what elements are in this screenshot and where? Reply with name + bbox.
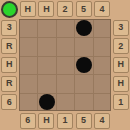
- board-cell-r1c4[interactable]: [74, 19, 93, 38]
- ball-guess[interactable]: [76, 57, 92, 73]
- laser-clue-left-1[interactable]: 3: [1, 20, 17, 36]
- clue-cell-top-5: 4: [93, 0, 112, 19]
- board-cell-r4c2[interactable]: [37, 74, 56, 93]
- clue-cell-right-3: H: [111, 56, 130, 75]
- clue-cell-top-2: H: [37, 0, 56, 19]
- laser-clue-right-4[interactable]: H: [113, 76, 129, 92]
- blackbox-board: HH25433R2HHRH616H154: [0, 0, 130, 130]
- clue-cell-left-4: R: [0, 74, 19, 93]
- clue-cell-right-5: 1: [111, 93, 130, 112]
- ball-guess[interactable]: [76, 20, 92, 36]
- board-cell-r5c2[interactable]: [37, 93, 56, 112]
- board-cell-r2c2[interactable]: [37, 37, 56, 56]
- laser-clue-left-4[interactable]: R: [1, 76, 17, 92]
- board-cell-r3c2[interactable]: [37, 56, 56, 75]
- board-cell-r2c5[interactable]: [93, 37, 112, 56]
- corner-bottom-left: [0, 111, 19, 130]
- clue-cell-left-2: R: [0, 37, 19, 56]
- clue-cell-bottom-1: 6: [19, 111, 38, 130]
- laser-clue-bottom-1[interactable]: 6: [20, 113, 36, 129]
- clue-cell-bottom-4: 5: [74, 111, 93, 130]
- laser-clue-left-5[interactable]: 6: [1, 94, 17, 110]
- board-cell-r2c4[interactable]: [74, 37, 93, 56]
- board-cell-r1c1[interactable]: [19, 19, 38, 38]
- board-cell-r5c1[interactable]: [19, 93, 38, 112]
- laser-clue-bottom-4[interactable]: 5: [76, 113, 92, 129]
- board-cell-r3c1[interactable]: [19, 56, 38, 75]
- clue-cell-top-1: H: [19, 0, 38, 19]
- ball-guess[interactable]: [39, 94, 55, 110]
- board-cell-r1c3[interactable]: [56, 19, 75, 38]
- board-cell-r5c4[interactable]: [74, 93, 93, 112]
- clue-cell-left-5: 6: [0, 93, 19, 112]
- board-cell-r4c5[interactable]: [93, 74, 112, 93]
- board-cell-r4c4[interactable]: [74, 74, 93, 93]
- laser-clue-bottom-3[interactable]: 1: [57, 113, 73, 129]
- laser-clue-top-4[interactable]: 5: [76, 1, 92, 17]
- corner-bottom-right: [111, 111, 130, 130]
- board-cell-r5c3[interactable]: [56, 93, 75, 112]
- laser-clue-top-5[interactable]: 4: [94, 1, 110, 17]
- clue-cell-left-1: 3: [0, 19, 19, 38]
- clue-cell-right-1: 3: [111, 19, 130, 38]
- laser-clue-right-3[interactable]: H: [113, 57, 129, 73]
- laser-clue-right-1[interactable]: 3: [113, 20, 129, 36]
- blackbox-puzzle: HH25433R2HHRH616H154: [0, 0, 130, 130]
- board-cell-r4c1[interactable]: [19, 74, 38, 93]
- board-cell-r2c3[interactable]: [56, 37, 75, 56]
- clue-cell-bottom-2: H: [37, 111, 56, 130]
- board-cell-r4c3[interactable]: [56, 74, 75, 93]
- laser-clue-left-2[interactable]: R: [1, 38, 17, 54]
- laser-clue-top-1[interactable]: H: [20, 1, 36, 17]
- board-cell-r2c1[interactable]: [19, 37, 38, 56]
- board-cell-r1c5[interactable]: [93, 19, 112, 38]
- corner-top-right: [111, 0, 130, 19]
- clue-cell-top-4: 5: [74, 0, 93, 19]
- board-cell-r3c4[interactable]: [74, 56, 93, 75]
- board-cell-r5c5[interactable]: [93, 93, 112, 112]
- laser-clue-bottom-5[interactable]: 4: [94, 113, 110, 129]
- clue-cell-bottom-3: 1: [56, 111, 75, 130]
- clue-cell-left-3: H: [0, 56, 19, 75]
- clue-cell-right-4: H: [111, 74, 130, 93]
- corner-top-left: [0, 0, 19, 19]
- board-cell-r3c5[interactable]: [93, 56, 112, 75]
- board-cell-r1c2[interactable]: [37, 19, 56, 38]
- board-cell-r3c3[interactable]: [56, 56, 75, 75]
- laser-clue-bottom-2[interactable]: H: [38, 113, 54, 129]
- laser-clue-left-3[interactable]: H: [1, 57, 17, 73]
- clue-cell-right-2: 2: [111, 37, 130, 56]
- laser-clue-right-2[interactable]: 2: [113, 38, 129, 54]
- clue-cell-top-3: 2: [56, 0, 75, 19]
- laser-clue-right-5[interactable]: 1: [113, 94, 129, 110]
- clue-cell-bottom-5: 4: [93, 111, 112, 130]
- laser-clue-top-3[interactable]: 2: [57, 1, 73, 17]
- done-button[interactable]: [1, 1, 18, 18]
- laser-clue-top-2[interactable]: H: [38, 1, 54, 17]
